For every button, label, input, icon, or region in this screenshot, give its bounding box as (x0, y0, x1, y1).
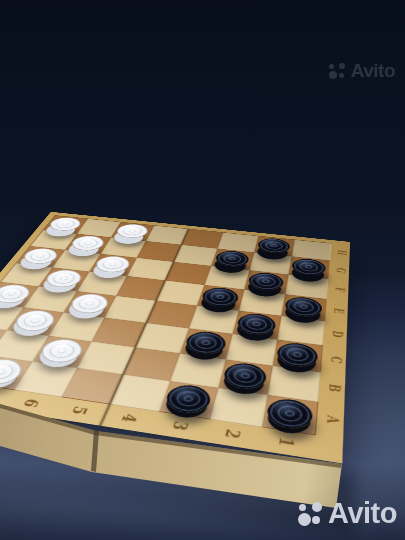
rank-label: 1 (271, 432, 300, 454)
file-label: D (325, 327, 348, 342)
listing-photo: 12345678ABCDEFGH Avito Avito (0, 0, 405, 540)
file-label: C (323, 352, 347, 368)
rank-label: 4 (113, 408, 144, 428)
avito-dots-icon (298, 502, 322, 526)
watermark-text: Avito (351, 60, 395, 82)
rank-label: 5 (63, 401, 95, 420)
rank-label: 2 (217, 424, 247, 445)
watermark-text: Avito (328, 497, 397, 530)
watermark-top: Avito (329, 60, 395, 82)
rank-label: 6 (15, 394, 47, 413)
checkers-board: 12345678ABCDEFGH (0, 212, 350, 464)
board-square (210, 388, 268, 427)
rank-label: 3 (165, 416, 195, 436)
file-label: A (319, 410, 346, 430)
file-label: E (327, 304, 349, 317)
watermark-bottom: Avito (298, 497, 397, 530)
file-label: H (332, 248, 351, 258)
avito-dots-icon (329, 63, 345, 79)
file-label: G (330, 265, 350, 276)
file-label: F (329, 284, 350, 296)
file-label: B (321, 379, 347, 397)
